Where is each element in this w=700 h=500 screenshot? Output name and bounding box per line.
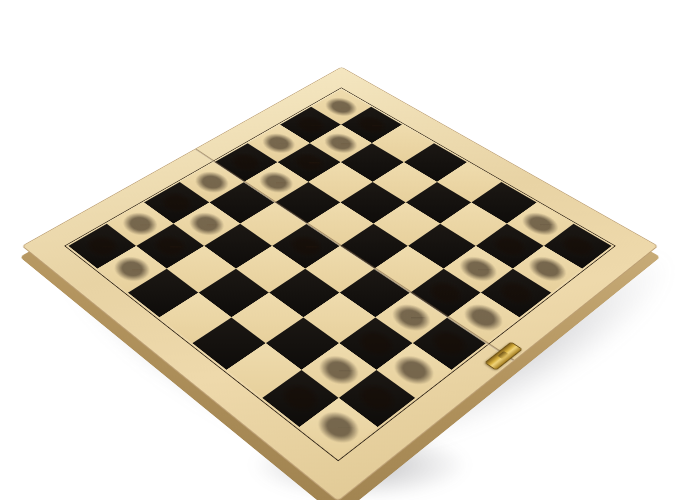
black-rook-glyph: ♜ [281, 380, 396, 431]
board-plane: ♜♞♝♛♚♝♞♜♟♟♟♟♟♟♟♟♟♟♟♟♟♟♟♟♜♞♝♛♚♝♞♜ [22, 67, 659, 500]
white-pawn-glyph: ♟ [256, 211, 356, 249]
white-pawn-glyph: ♟ [81, 233, 183, 272]
chess-set-scene: ♜♞♝♛♚♝♞♜♟♟♟♟♟♟♟♟♟♟♟♟♟♟♟♟♜♞♝♛♚♝♞♜ [0, 0, 700, 500]
